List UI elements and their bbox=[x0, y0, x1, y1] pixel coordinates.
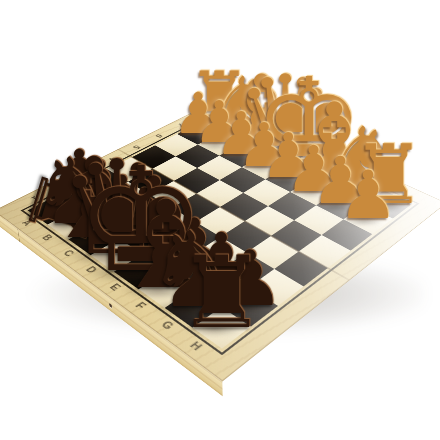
square-g4 bbox=[247, 236, 299, 269]
square-h7 bbox=[343, 204, 392, 234]
square-g5 bbox=[271, 220, 322, 251]
chess-board: ABCDEFGH12345678 bbox=[0, 99, 440, 381]
square-g6 bbox=[294, 205, 343, 235]
board-top-surface: ABCDEFGH12345678 bbox=[0, 99, 440, 381]
square-h4 bbox=[274, 252, 327, 287]
square-g3 bbox=[221, 252, 274, 287]
square-d3 bbox=[146, 208, 195, 238]
square-f5 bbox=[245, 206, 294, 236]
square-h3 bbox=[249, 269, 304, 306]
clasp-mark-icon bbox=[109, 303, 112, 309]
square-g2 bbox=[194, 270, 249, 307]
square-f2 bbox=[167, 253, 220, 288]
square-f4 bbox=[220, 221, 271, 252]
square-d2 bbox=[119, 223, 170, 254]
square-g1 bbox=[165, 288, 222, 327]
square-e4 bbox=[196, 207, 245, 237]
square-d1 bbox=[91, 239, 143, 272]
square-f3 bbox=[195, 237, 247, 270]
square-f1 bbox=[139, 271, 194, 308]
square-h5 bbox=[299, 235, 351, 268]
square-e1 bbox=[114, 254, 167, 289]
square-h2 bbox=[221, 287, 278, 326]
square-h6 bbox=[322, 219, 373, 250]
square-b1 bbox=[48, 210, 97, 240]
square-c2 bbox=[97, 209, 146, 239]
square-h1 bbox=[192, 307, 250, 349]
chess-photo-scene: ABCDEFGH12345678 ♜♞♝♛♚♝♞♜♟♟♟♟♟♟♟♟♟♟♟♟♟♟♟… bbox=[0, 0, 440, 440]
square-c1 bbox=[69, 224, 120, 255]
square-e2 bbox=[143, 238, 195, 271]
square-e3 bbox=[170, 222, 221, 253]
